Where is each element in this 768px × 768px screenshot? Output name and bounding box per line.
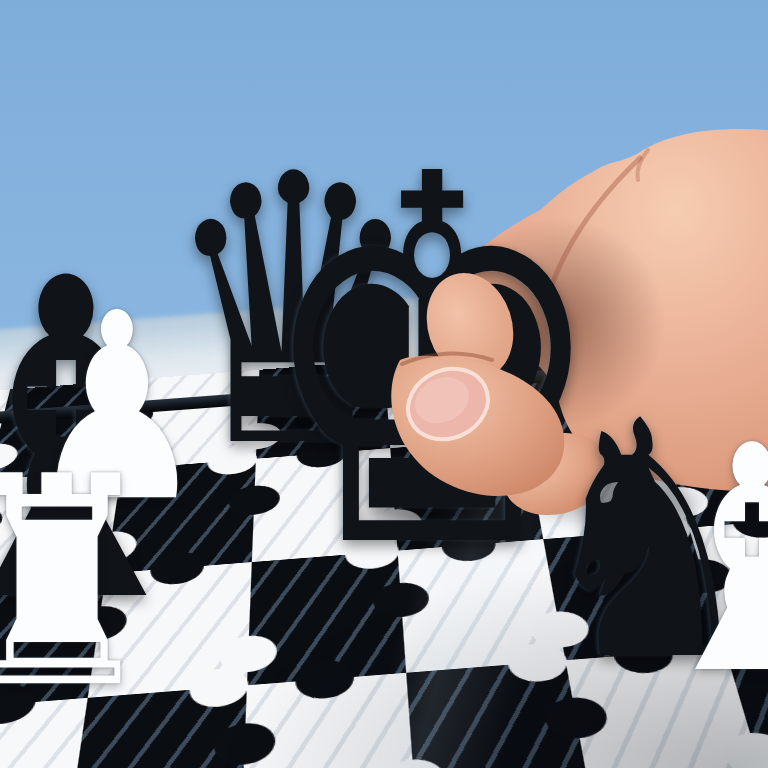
piece-white-bishop: ♝ bbox=[643, 405, 768, 717]
piece-white-rook: ♜ bbox=[0, 439, 158, 728]
chess-photo-scene: ♛♝♟♚♜♞♝ bbox=[0, 0, 768, 768]
